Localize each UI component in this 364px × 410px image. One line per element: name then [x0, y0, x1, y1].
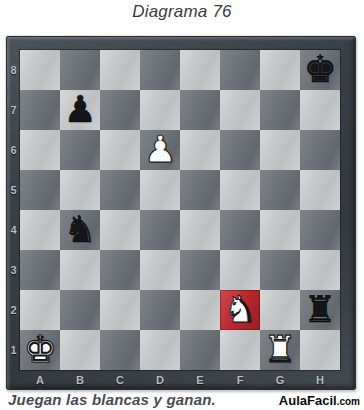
square-e2[interactable]: [180, 290, 220, 330]
diagram-title: Diagrama 76: [0, 2, 364, 22]
square-h3[interactable]: [300, 250, 340, 290]
rank-label-1: 1: [7, 330, 20, 370]
square-f7[interactable]: [220, 90, 260, 130]
black-knight-b4[interactable]: ♞: [63, 210, 96, 250]
square-d4[interactable]: [140, 210, 180, 250]
rank-label-5: 5: [7, 170, 20, 210]
file-label-g: G: [260, 370, 300, 389]
white-knight-f2[interactable]: ♞: [223, 290, 256, 330]
black-king-h8[interactable]: ♚: [303, 50, 336, 90]
square-b2[interactable]: [60, 290, 100, 330]
square-b6[interactable]: [60, 130, 100, 170]
black-rook-h2[interactable]: ♜: [303, 290, 336, 330]
brand-tld: .com: [337, 396, 360, 407]
file-label-c: C: [100, 370, 140, 389]
square-e5[interactable]: [180, 170, 220, 210]
square-g4[interactable]: [260, 210, 300, 250]
square-g1[interactable]: ♜: [260, 330, 300, 370]
file-label-d: D: [140, 370, 180, 389]
file-label-a: A: [20, 370, 60, 389]
square-d7[interactable]: [140, 90, 180, 130]
square-f8[interactable]: [220, 50, 260, 90]
square-a7[interactable]: [20, 90, 60, 130]
square-a2[interactable]: [20, 290, 60, 330]
square-f3[interactable]: [220, 250, 260, 290]
chess-board: 87654321 ♚♟♟♞♞♜♚♜ ABCDEFGH: [6, 36, 356, 390]
square-h7[interactable]: [300, 90, 340, 130]
square-c3[interactable]: [100, 250, 140, 290]
square-g7[interactable]: [260, 90, 300, 130]
square-d6[interactable]: ♟: [140, 130, 180, 170]
white-king-a1[interactable]: ♚: [23, 330, 56, 370]
square-e8[interactable]: [180, 50, 220, 90]
square-b7[interactable]: ♟: [60, 90, 100, 130]
square-h5[interactable]: [300, 170, 340, 210]
square-e1[interactable]: [180, 330, 220, 370]
file-label-h: H: [300, 370, 340, 389]
square-g2[interactable]: [260, 290, 300, 330]
file-label-b: B: [60, 370, 100, 389]
black-pawn-b7[interactable]: ♟: [63, 90, 96, 130]
square-c1[interactable]: [100, 330, 140, 370]
brand-name: AulaFacil: [279, 393, 337, 408]
square-c4[interactable]: [100, 210, 140, 250]
file-label-e: E: [180, 370, 220, 389]
square-c6[interactable]: [100, 130, 140, 170]
square-d1[interactable]: [140, 330, 180, 370]
square-f1[interactable]: [220, 330, 260, 370]
square-e3[interactable]: [180, 250, 220, 290]
square-e7[interactable]: [180, 90, 220, 130]
rank-label-7: 7: [7, 90, 20, 130]
rank-label-8: 8: [7, 50, 20, 90]
rank-label-4: 4: [7, 210, 20, 250]
square-h6[interactable]: [300, 130, 340, 170]
square-a4[interactable]: [20, 210, 60, 250]
white-rook-g1[interactable]: ♜: [263, 330, 296, 370]
square-f2[interactable]: ♞: [220, 290, 260, 330]
branding: AulaFacil.com: [279, 391, 360, 409]
square-h4[interactable]: [300, 210, 340, 250]
square-g3[interactable]: [260, 250, 300, 290]
square-g5[interactable]: [260, 170, 300, 210]
square-d2[interactable]: [140, 290, 180, 330]
square-b5[interactable]: [60, 170, 100, 210]
square-b3[interactable]: [60, 250, 100, 290]
square-a5[interactable]: [20, 170, 60, 210]
square-c5[interactable]: [100, 170, 140, 210]
square-b4[interactable]: ♞: [60, 210, 100, 250]
square-h1[interactable]: [300, 330, 340, 370]
file-labels: ABCDEFGH: [20, 370, 340, 389]
rank-label-2: 2: [7, 290, 20, 330]
square-a6[interactable]: [20, 130, 60, 170]
square-g8[interactable]: [260, 50, 300, 90]
rank-label-6: 6: [7, 130, 20, 170]
square-b8[interactable]: [60, 50, 100, 90]
square-f4[interactable]: [220, 210, 260, 250]
square-f5[interactable]: [220, 170, 260, 210]
square-c8[interactable]: [100, 50, 140, 90]
square-e4[interactable]: [180, 210, 220, 250]
square-a1[interactable]: ♚: [20, 330, 60, 370]
square-d5[interactable]: [140, 170, 180, 210]
square-a3[interactable]: [20, 250, 60, 290]
page: Diagrama 76 87654321 ♚♟♟♞♞♜♚♜ ABCDEFGH J…: [0, 0, 364, 410]
square-a8[interactable]: [20, 50, 60, 90]
file-label-f: F: [220, 370, 260, 389]
caption: Juegan las blancas y ganan.: [8, 391, 216, 408]
square-d8[interactable]: [140, 50, 180, 90]
rank-label-3: 3: [7, 250, 20, 290]
square-d3[interactable]: [140, 250, 180, 290]
square-g6[interactable]: [260, 130, 300, 170]
square-e6[interactable]: [180, 130, 220, 170]
square-c2[interactable]: [100, 290, 140, 330]
rank-labels: 87654321: [7, 50, 20, 370]
board-grid[interactable]: ♚♟♟♞♞♜♚♜: [20, 50, 340, 370]
square-h8[interactable]: ♚: [300, 50, 340, 90]
footer: Juegan las blancas y ganan. AulaFacil.co…: [0, 390, 364, 410]
square-f6[interactable]: [220, 130, 260, 170]
square-c7[interactable]: [100, 90, 140, 130]
square-b1[interactable]: [60, 330, 100, 370]
square-h2[interactable]: ♜: [300, 290, 340, 330]
white-pawn-d6[interactable]: ♟: [143, 130, 176, 170]
